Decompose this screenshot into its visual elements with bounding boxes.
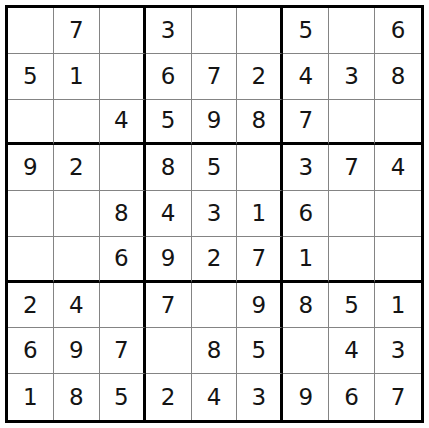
cell-r8c8[interactable]: 4: [329, 328, 375, 374]
cell-r6c4[interactable]: 9: [146, 237, 192, 283]
cell-r9c7[interactable]: 9: [283, 374, 329, 420]
cell-r6c7[interactable]: 1: [283, 237, 329, 283]
cell-r9c6[interactable]: 3: [237, 374, 283, 420]
cell-r3c3[interactable]: 4: [100, 100, 146, 146]
cell-r4c2[interactable]: 2: [54, 145, 100, 191]
cell-r2c4[interactable]: 6: [146, 54, 192, 100]
cell-r5c3[interactable]: 8: [100, 191, 146, 237]
cell-r3c6[interactable]: 8: [237, 100, 283, 146]
cell-r1c5[interactable]: [192, 8, 238, 54]
cell-r8c4[interactable]: [146, 328, 192, 374]
cell-r7c6[interactable]: 9: [237, 283, 283, 329]
cell-r1c7[interactable]: 5: [283, 8, 329, 54]
cell-r5c2[interactable]: [54, 191, 100, 237]
cell-r1c8[interactable]: [329, 8, 375, 54]
cell-r6c8[interactable]: [329, 237, 375, 283]
cell-r6c2[interactable]: [54, 237, 100, 283]
cell-r3c2[interactable]: [54, 100, 100, 146]
cell-r6c1[interactable]: [8, 237, 54, 283]
cell-r1c3[interactable]: [100, 8, 146, 54]
cell-r5c1[interactable]: [8, 191, 54, 237]
cell-r5c4[interactable]: 4: [146, 191, 192, 237]
cell-r7c9[interactable]: 1: [375, 283, 421, 329]
cell-r3c9[interactable]: [375, 100, 421, 146]
cell-r6c3[interactable]: 6: [100, 237, 146, 283]
cell-r8c9[interactable]: 3: [375, 328, 421, 374]
cell-r1c6[interactable]: [237, 8, 283, 54]
cell-r5c6[interactable]: 1: [237, 191, 283, 237]
cell-r8c3[interactable]: 7: [100, 328, 146, 374]
cell-r3c7[interactable]: 7: [283, 100, 329, 146]
cell-r2c5[interactable]: 7: [192, 54, 238, 100]
cell-r3c1[interactable]: [8, 100, 54, 146]
cell-r9c1[interactable]: 1: [8, 374, 54, 420]
cell-r4c1[interactable]: 9: [8, 145, 54, 191]
cell-r1c2[interactable]: 7: [54, 8, 100, 54]
cell-r7c1[interactable]: 2: [8, 283, 54, 329]
cell-r9c9[interactable]: 7: [375, 374, 421, 420]
cell-r4c4[interactable]: 8: [146, 145, 192, 191]
cell-r7c2[interactable]: 4: [54, 283, 100, 329]
cell-r5c9[interactable]: [375, 191, 421, 237]
cell-r4c6[interactable]: [237, 145, 283, 191]
cell-r9c3[interactable]: 5: [100, 374, 146, 420]
cell-r8c2[interactable]: 9: [54, 328, 100, 374]
cell-r6c6[interactable]: 7: [237, 237, 283, 283]
cell-r5c5[interactable]: 3: [192, 191, 238, 237]
cell-r6c5[interactable]: 2: [192, 237, 238, 283]
cell-r7c7[interactable]: 8: [283, 283, 329, 329]
cell-r8c7[interactable]: [283, 328, 329, 374]
cell-r9c8[interactable]: 6: [329, 374, 375, 420]
page: 7356516724384598792853748431669271247985…: [0, 0, 429, 428]
cell-r8c6[interactable]: 5: [237, 328, 283, 374]
cell-r9c2[interactable]: 8: [54, 374, 100, 420]
cell-r8c1[interactable]: 6: [8, 328, 54, 374]
cell-r1c9[interactable]: 6: [375, 8, 421, 54]
cell-r2c3[interactable]: [100, 54, 146, 100]
cell-r1c4[interactable]: 3: [146, 8, 192, 54]
cell-r4c5[interactable]: 5: [192, 145, 238, 191]
cell-r2c7[interactable]: 4: [283, 54, 329, 100]
cell-r2c1[interactable]: 5: [8, 54, 54, 100]
cell-r6c9[interactable]: [375, 237, 421, 283]
cell-r9c4[interactable]: 2: [146, 374, 192, 420]
cell-r2c2[interactable]: 1: [54, 54, 100, 100]
cell-r9c5[interactable]: 4: [192, 374, 238, 420]
cell-r2c6[interactable]: 2: [237, 54, 283, 100]
cell-r5c8[interactable]: [329, 191, 375, 237]
cell-r1c1[interactable]: [8, 8, 54, 54]
cell-r3c4[interactable]: 5: [146, 100, 192, 146]
sudoku-board: 7356516724384598792853748431669271247985…: [5, 5, 424, 423]
cell-r7c8[interactable]: 5: [329, 283, 375, 329]
cell-r2c9[interactable]: 8: [375, 54, 421, 100]
cell-r7c5[interactable]: [192, 283, 238, 329]
cell-r7c4[interactable]: 7: [146, 283, 192, 329]
cell-r4c9[interactable]: 4: [375, 145, 421, 191]
cell-r5c7[interactable]: 6: [283, 191, 329, 237]
cell-r4c8[interactable]: 7: [329, 145, 375, 191]
cell-r8c5[interactable]: 8: [192, 328, 238, 374]
cell-r7c3[interactable]: [100, 283, 146, 329]
cell-r4c3[interactable]: [100, 145, 146, 191]
cell-r4c7[interactable]: 3: [283, 145, 329, 191]
cell-r3c8[interactable]: [329, 100, 375, 146]
cell-r2c8[interactable]: 3: [329, 54, 375, 100]
cell-r3c5[interactable]: 9: [192, 100, 238, 146]
